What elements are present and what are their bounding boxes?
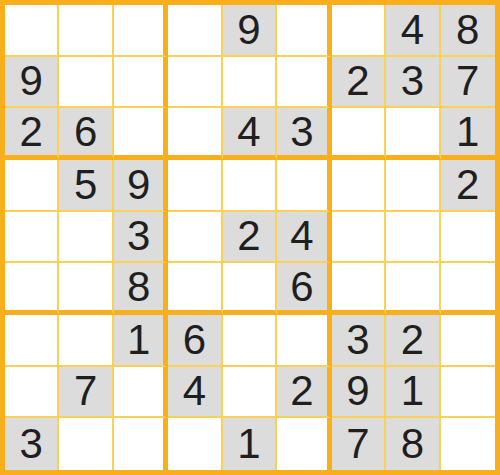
cell-r4c8-empty[interactable] — [386, 160, 440, 212]
cell-r5c6-given: 4 — [277, 212, 331, 264]
cell-r4c1-empty[interactable] — [5, 160, 59, 212]
cell-r7c6-empty[interactable] — [277, 315, 331, 367]
cell-r4c6-empty[interactable] — [277, 160, 331, 212]
cell-r9c3-empty[interactable] — [114, 418, 168, 470]
cell-r4c5-empty[interactable] — [223, 160, 277, 212]
cell-r1c3-empty[interactable] — [114, 5, 168, 57]
cell-r9c2-empty[interactable] — [59, 418, 113, 470]
cell-r7c7-given: 3 — [332, 315, 386, 367]
cell-r1c9-given: 8 — [441, 5, 495, 57]
cell-r3c2-given: 6 — [59, 108, 113, 160]
cell-r3c8-empty[interactable] — [386, 108, 440, 160]
cell-r1c6-empty[interactable] — [277, 5, 331, 57]
cell-r8c6-given: 2 — [277, 367, 331, 419]
cell-r4c2-given: 5 — [59, 160, 113, 212]
cell-r9c9-empty[interactable] — [441, 418, 495, 470]
cell-r8c5-empty[interactable] — [223, 367, 277, 419]
cell-r1c4-empty[interactable] — [168, 5, 222, 57]
cell-r3c4-empty[interactable] — [168, 108, 222, 160]
cell-r8c2-given: 7 — [59, 367, 113, 419]
cell-r2c1-given: 9 — [5, 57, 59, 109]
cell-r4c7-empty[interactable] — [332, 160, 386, 212]
cell-r9c4-empty[interactable] — [168, 418, 222, 470]
cell-r6c9-empty[interactable] — [441, 263, 495, 315]
cell-r3c1-given: 2 — [5, 108, 59, 160]
cell-r5c8-empty[interactable] — [386, 212, 440, 264]
cell-r5c3-given: 3 — [114, 212, 168, 264]
cell-r3c6-given: 3 — [277, 108, 331, 160]
cell-r5c5-given: 2 — [223, 212, 277, 264]
cell-r9c7-given: 7 — [332, 418, 386, 470]
cell-r8c9-empty[interactable] — [441, 367, 495, 419]
cell-r9c5-given: 1 — [223, 418, 277, 470]
cell-r1c2-empty[interactable] — [59, 5, 113, 57]
cell-r3c7-empty[interactable] — [332, 108, 386, 160]
cell-r6c7-empty[interactable] — [332, 263, 386, 315]
cell-r6c5-empty[interactable] — [223, 263, 277, 315]
cell-r1c5-given: 9 — [223, 5, 277, 57]
cell-r8c3-empty[interactable] — [114, 367, 168, 419]
cell-r7c8-given: 2 — [386, 315, 440, 367]
cell-r9c1-given: 3 — [5, 418, 59, 470]
cell-r7c4-given: 6 — [168, 315, 222, 367]
cell-r6c2-empty[interactable] — [59, 263, 113, 315]
cell-r2c3-empty[interactable] — [114, 57, 168, 109]
cell-r7c3-given: 1 — [114, 315, 168, 367]
cell-r3c9-given: 1 — [441, 108, 495, 160]
cell-r8c7-given: 9 — [332, 367, 386, 419]
cell-r2c4-empty[interactable] — [168, 57, 222, 109]
cell-r5c9-empty[interactable] — [441, 212, 495, 264]
cell-r2c7-given: 2 — [332, 57, 386, 109]
cell-r6c1-empty[interactable] — [5, 263, 59, 315]
cell-r5c2-empty[interactable] — [59, 212, 113, 264]
cell-r7c9-empty[interactable] — [441, 315, 495, 367]
cell-r5c7-empty[interactable] — [332, 212, 386, 264]
cell-r2c2-empty[interactable] — [59, 57, 113, 109]
cell-r7c2-empty[interactable] — [59, 315, 113, 367]
cell-r2c8-given: 3 — [386, 57, 440, 109]
cell-r6c6-given: 6 — [277, 263, 331, 315]
cell-r5c4-empty[interactable] — [168, 212, 222, 264]
cell-r4c9-given: 2 — [441, 160, 495, 212]
cell-r1c8-given: 4 — [386, 5, 440, 57]
cell-r8c1-empty[interactable] — [5, 367, 59, 419]
cell-r7c5-empty[interactable] — [223, 315, 277, 367]
cell-r8c8-given: 1 — [386, 367, 440, 419]
cell-r9c8-given: 8 — [386, 418, 440, 470]
cell-r7c1-empty[interactable] — [5, 315, 59, 367]
cell-r3c3-empty[interactable] — [114, 108, 168, 160]
cell-r1c1-empty[interactable] — [5, 5, 59, 57]
cell-r2c6-empty[interactable] — [277, 57, 331, 109]
cell-r5c1-empty[interactable] — [5, 212, 59, 264]
cell-r2c5-empty[interactable] — [223, 57, 277, 109]
cell-r8c4-given: 4 — [168, 367, 222, 419]
cell-r2c9-given: 7 — [441, 57, 495, 109]
sudoku-board: 948923726431592324861632742913178 — [0, 0, 500, 475]
cell-r6c8-empty[interactable] — [386, 263, 440, 315]
cell-r6c4-empty[interactable] — [168, 263, 222, 315]
cell-r4c4-empty[interactable] — [168, 160, 222, 212]
cell-r3c5-given: 4 — [223, 108, 277, 160]
cell-r6c3-given: 8 — [114, 263, 168, 315]
cell-r4c3-given: 9 — [114, 160, 168, 212]
cell-r9c6-empty[interactable] — [277, 418, 331, 470]
cell-r1c7-empty[interactable] — [332, 5, 386, 57]
